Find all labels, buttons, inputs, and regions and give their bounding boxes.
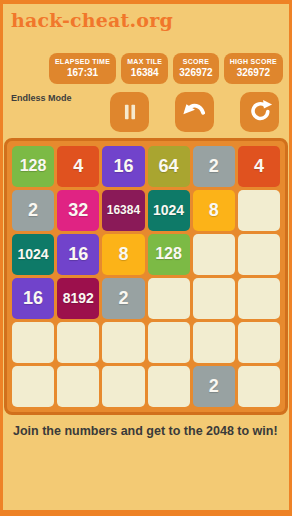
empty-cell xyxy=(238,234,280,275)
pause-button[interactable] xyxy=(110,92,149,132)
empty-cell xyxy=(102,366,144,407)
control-buttons xyxy=(110,92,279,132)
tile-8: 8 xyxy=(193,190,235,231)
undo-button[interactable] xyxy=(175,92,214,132)
footer-instructions: Join the numbers and get to the 2048 to … xyxy=(13,424,289,438)
empty-cell xyxy=(193,322,235,363)
high-score-label: HIGH SCORE xyxy=(230,57,277,66)
empty-cell xyxy=(148,366,190,407)
score-value: 326972 xyxy=(179,66,212,80)
empty-cell xyxy=(238,366,280,407)
score-label: SCORE xyxy=(179,57,212,66)
empty-cell xyxy=(57,366,99,407)
tile-2: 2 xyxy=(193,146,235,187)
tile-16384: 16384 xyxy=(102,190,144,231)
empty-cell xyxy=(57,322,99,363)
pause-icon xyxy=(117,99,143,125)
undo-arrow-icon xyxy=(181,98,209,126)
elapsed-time-label: ELAPSED TIME xyxy=(55,57,110,66)
score-badge: SCORE 326972 xyxy=(173,53,218,84)
tile-16: 16 xyxy=(102,146,144,187)
empty-cell xyxy=(102,322,144,363)
tile-16: 16 xyxy=(57,234,99,275)
max-tile-label: MAX TILE xyxy=(127,57,162,66)
max-tile-value: 16384 xyxy=(127,66,162,80)
controls-row: Endless Mode xyxy=(3,92,289,132)
tile-2: 2 xyxy=(102,278,144,319)
high-score-badge: HIGH SCORE 326972 xyxy=(224,53,283,84)
elapsed-time-value: 167:31 xyxy=(55,66,110,80)
empty-cell xyxy=(193,234,235,275)
tile-1024: 1024 xyxy=(148,190,190,231)
tile-4: 4 xyxy=(238,146,280,187)
watermark-site-name: hack-cheat.org xyxy=(11,9,289,31)
tile-8: 8 xyxy=(102,234,144,275)
tile-32: 32 xyxy=(57,190,99,231)
empty-cell xyxy=(12,366,54,407)
tile-128: 128 xyxy=(12,146,54,187)
high-score-value: 326972 xyxy=(230,66,277,80)
empty-cell xyxy=(12,322,54,363)
mode-label: Endless Mode xyxy=(11,93,72,103)
empty-cell xyxy=(238,322,280,363)
tile-2: 2 xyxy=(12,190,54,231)
app-page: { "game": "2048", "position": "128,4,16,… xyxy=(0,0,292,516)
elapsed-time-badge: ELAPSED TIME 167:31 xyxy=(49,53,116,84)
empty-cell xyxy=(238,190,280,231)
empty-cell xyxy=(238,278,280,319)
restart-button[interactable] xyxy=(240,92,279,132)
tile-8192: 8192 xyxy=(57,278,99,319)
empty-cell xyxy=(148,322,190,363)
max-tile-badge: MAX TILE 16384 xyxy=(121,53,168,84)
restart-circular-arrow-icon xyxy=(246,98,274,126)
empty-cell xyxy=(148,278,190,319)
board[interactable]: 1284166424232163841024810241681281681922… xyxy=(4,138,288,415)
tile-4: 4 xyxy=(57,146,99,187)
tile-128: 128 xyxy=(148,234,190,275)
tile-16: 16 xyxy=(12,278,54,319)
empty-cell xyxy=(193,278,235,319)
tile-1024: 1024 xyxy=(12,234,54,275)
tile-2: 2 xyxy=(193,366,235,407)
tile-64: 64 xyxy=(148,146,190,187)
stats-row: ELAPSED TIME 167:31 MAX TILE 16384 SCORE… xyxy=(3,53,283,84)
